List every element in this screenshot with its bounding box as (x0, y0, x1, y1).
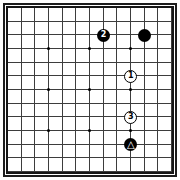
black-stone-2: 2 (97, 29, 110, 42)
star-point (88, 47, 91, 50)
star-point (129, 47, 132, 50)
go-board: 213△ (6, 6, 174, 174)
star-point (47, 88, 50, 91)
black-stone-triangle: △ (124, 138, 137, 151)
black-stone-plain (138, 29, 151, 42)
star-point (129, 88, 132, 91)
go-diagram: 213△ (0, 0, 180, 180)
star-point (47, 47, 50, 50)
move-number: 2 (101, 31, 107, 39)
white-stone-3: 3 (124, 111, 137, 124)
star-point (88, 88, 91, 91)
white-stone-1: 1 (124, 70, 137, 83)
star-point (47, 129, 50, 132)
star-point (88, 129, 91, 132)
move-number: 1 (128, 72, 134, 80)
triangle-marker: △ (127, 139, 135, 149)
star-point (129, 129, 132, 132)
move-number: 3 (128, 113, 134, 121)
